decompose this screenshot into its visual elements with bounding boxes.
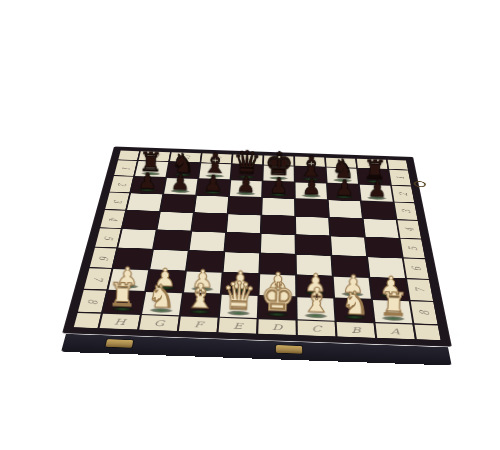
square-c2[interactable]: ♟ xyxy=(295,182,327,199)
rank-label-text: 3 xyxy=(111,199,123,203)
black-pawn[interactable]: ♟ xyxy=(296,175,328,197)
square-a2[interactable]: ♟ xyxy=(360,185,393,202)
rank-label-left-8: 8 xyxy=(78,290,106,313)
square-a3[interactable] xyxy=(362,201,396,219)
file-label-text: F xyxy=(194,320,204,328)
file-label-bottom-f: F xyxy=(179,316,218,332)
rank-label-text: 1 xyxy=(120,166,131,170)
square-g4[interactable] xyxy=(158,212,193,231)
rank-label-text: 6 xyxy=(97,255,110,260)
square-b2[interactable]: ♟ xyxy=(328,184,360,201)
piece-glyph: ♞ xyxy=(146,277,176,316)
rank-label-text: 7 xyxy=(91,276,104,281)
file-label-text: H xyxy=(113,317,126,325)
rank-label-text: 6 xyxy=(410,266,423,271)
white-bishop[interactable]: ♝ xyxy=(298,283,336,318)
black-pawn[interactable]: ♟ xyxy=(361,177,393,199)
square-g8[interactable]: ♞ xyxy=(142,292,182,315)
brass-hinge-right xyxy=(276,345,302,354)
square-d8[interactable]: ♚ xyxy=(259,296,296,319)
scene: HGFEDCBA1♜♞♝♛♚♝♞♜12♟♟♟♟♟♟♟♟2334455667♟♟♟… xyxy=(0,0,500,450)
file-label-bottom-d: D xyxy=(258,319,296,335)
square-a4[interactable] xyxy=(364,219,399,238)
square-f2[interactable]: ♟ xyxy=(197,179,230,196)
file-label-bottom-a: A xyxy=(376,323,415,339)
white-queen[interactable]: ♛ xyxy=(220,276,258,316)
black-pawn[interactable]: ♟ xyxy=(164,171,196,193)
square-d3[interactable] xyxy=(262,198,294,216)
piece-glyph: ♚ xyxy=(260,274,296,320)
rank-label-text: 8 xyxy=(417,310,430,315)
square-h3[interactable] xyxy=(127,193,162,211)
corner-cell xyxy=(74,313,101,328)
square-d2[interactable]: ♟ xyxy=(263,181,294,198)
piece-glyph: ♟ xyxy=(236,171,256,196)
rank-label-text: 2 xyxy=(397,192,408,196)
brass-hinge-left xyxy=(105,339,133,348)
piece-glyph: ♟ xyxy=(269,173,289,198)
rank-label-text: 8 xyxy=(86,298,100,303)
square-b3[interactable] xyxy=(329,200,362,218)
square-e8[interactable]: ♛ xyxy=(220,295,258,318)
rank-label-left-2: 2 xyxy=(110,176,133,192)
square-c4[interactable] xyxy=(296,217,329,236)
white-rook[interactable]: ♜ xyxy=(375,288,413,321)
square-f4[interactable] xyxy=(192,213,226,232)
square-e2[interactable]: ♟ xyxy=(230,180,262,197)
piece-glyph: ♜ xyxy=(108,275,138,314)
file-label-bottom-h: H xyxy=(100,314,140,330)
rank-label-right-2: 2 xyxy=(392,186,414,203)
square-e3[interactable] xyxy=(228,197,261,215)
rank-label-left-5: 5 xyxy=(95,228,121,247)
rank-label-left-3: 3 xyxy=(105,193,129,210)
square-a5[interactable] xyxy=(366,238,402,258)
piece-glyph: ♟ xyxy=(302,174,322,199)
square-e4[interactable] xyxy=(227,214,261,233)
black-pawn[interactable]: ♟ xyxy=(132,169,164,191)
piece-glyph: ♟ xyxy=(335,175,355,200)
square-b5[interactable] xyxy=(331,236,366,256)
black-pawn[interactable]: ♟ xyxy=(230,173,262,195)
rank-label-text: 4 xyxy=(107,217,119,221)
rank-label-right-5: 5 xyxy=(401,239,425,258)
square-d5[interactable] xyxy=(261,234,295,254)
black-pawn[interactable]: ♟ xyxy=(263,174,295,196)
file-label-text: B xyxy=(351,326,361,334)
piece-glyph: ♝ xyxy=(184,276,216,316)
piece-glyph: ♟ xyxy=(367,176,387,201)
chess-board: HGFEDCBA1♜♞♝♛♚♝♞♜12♟♟♟♟♟♟♟♟2334455667♟♟♟… xyxy=(62,147,452,347)
square-c5[interactable] xyxy=(296,235,330,255)
square-f8[interactable]: ♝ xyxy=(181,293,220,316)
square-b8[interactable]: ♞ xyxy=(335,299,373,322)
file-label-text: G xyxy=(153,319,164,327)
square-h8[interactable]: ♜ xyxy=(103,291,144,314)
white-knight[interactable]: ♞ xyxy=(143,280,181,313)
square-b4[interactable] xyxy=(330,218,364,237)
square-g5[interactable] xyxy=(154,230,190,250)
square-c8[interactable]: ♝ xyxy=(297,297,334,320)
piece-glyph: ♟ xyxy=(203,170,223,195)
board-grid: HGFEDCBA1♜♞♝♛♚♝♞♜12♟♟♟♟♟♟♟♟2334455667♟♟♟… xyxy=(62,147,452,347)
file-label-bottom-b: B xyxy=(337,322,376,338)
square-f3[interactable] xyxy=(195,196,229,214)
file-label-text: D xyxy=(272,323,282,331)
square-a8[interactable]: ♜ xyxy=(373,300,412,323)
file-label-text: E xyxy=(233,322,243,330)
piece-glyph: ♞ xyxy=(340,284,370,323)
white-bishop[interactable]: ♝ xyxy=(181,279,219,314)
square-f5[interactable] xyxy=(190,232,225,252)
rank-label-text: 5 xyxy=(407,246,419,250)
black-pawn[interactable]: ♟ xyxy=(197,172,229,194)
rank-label-text: 4 xyxy=(403,227,415,231)
square-h2[interactable]: ♟ xyxy=(131,177,165,194)
piece-glyph: ♟ xyxy=(138,168,158,193)
black-pawn[interactable]: ♟ xyxy=(329,176,361,198)
square-g2[interactable]: ♟ xyxy=(164,178,197,195)
rank-label-text: 1 xyxy=(395,176,406,180)
file-label-bottom-c: C xyxy=(298,321,336,337)
rank-label-text: 5 xyxy=(102,236,114,240)
rank-label-text: 7 xyxy=(414,288,427,293)
square-d4[interactable] xyxy=(262,216,295,235)
piece-glyph: ♟ xyxy=(170,169,190,194)
rank-label-left-4: 4 xyxy=(100,210,125,228)
piece-glyph: ♜ xyxy=(379,285,409,324)
corner-cell xyxy=(388,160,408,170)
square-e5[interactable] xyxy=(225,233,260,253)
white-rook[interactable]: ♜ xyxy=(104,278,142,311)
white-king[interactable]: ♚ xyxy=(259,277,297,317)
file-label-text: A xyxy=(390,327,400,335)
square-h5[interactable] xyxy=(118,229,155,249)
corner-cell xyxy=(414,325,440,341)
piece-glyph: ♝ xyxy=(301,280,333,320)
square-c3[interactable] xyxy=(296,199,328,217)
rank-label-right-4: 4 xyxy=(397,220,421,238)
square-g3[interactable] xyxy=(161,195,195,213)
rank-label-text: 2 xyxy=(116,182,127,186)
white-knight[interactable]: ♞ xyxy=(336,286,374,319)
rank-label-right-8: 8 xyxy=(411,301,438,324)
file-label-bottom-e: E xyxy=(219,318,257,334)
file-label-text: C xyxy=(311,324,321,332)
square-h4[interactable] xyxy=(123,211,159,230)
file-label-bottom-g: G xyxy=(139,315,179,331)
rank-label-right-3: 3 xyxy=(395,203,418,220)
piece-glyph: ♛ xyxy=(221,273,257,319)
rank-label-text: 3 xyxy=(400,209,411,213)
